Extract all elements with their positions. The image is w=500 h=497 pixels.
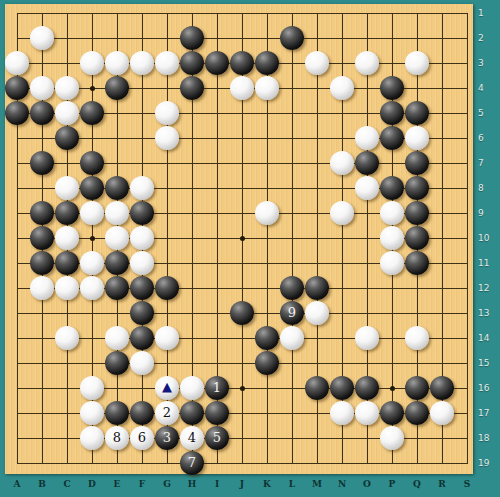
stone-b-B7[interactable] bbox=[30, 151, 54, 175]
stone-b-H4[interactable] bbox=[180, 76, 204, 100]
row-label-7: 7 bbox=[478, 157, 498, 169]
row-label-15: 15 bbox=[478, 357, 498, 369]
column-label-S: S bbox=[455, 479, 479, 489]
stone-b-P8[interactable] bbox=[380, 176, 404, 200]
stone-b-A5[interactable] bbox=[5, 101, 29, 125]
stone-w-C10[interactable] bbox=[55, 226, 79, 250]
star-point bbox=[390, 386, 395, 391]
stone-b-F9[interactable] bbox=[130, 201, 154, 225]
stone-b-B9[interactable] bbox=[30, 201, 54, 225]
stone-w-E14[interactable] bbox=[105, 326, 129, 350]
stone-w-C8[interactable] bbox=[55, 176, 79, 200]
stone-w-C4[interactable] bbox=[55, 76, 79, 100]
stone-b-Q5[interactable] bbox=[405, 101, 429, 125]
stone-b-K14[interactable] bbox=[255, 326, 279, 350]
stone-w-K9[interactable] bbox=[255, 201, 279, 225]
stone-b-I16[interactable]: 1 bbox=[205, 376, 229, 400]
stone-w-N17[interactable] bbox=[330, 401, 354, 425]
row-label-4: 4 bbox=[478, 82, 498, 94]
stone-w-E18[interactable]: 8 bbox=[105, 426, 129, 450]
stone-w-K4[interactable] bbox=[255, 76, 279, 100]
stone-b-Q17[interactable] bbox=[405, 401, 429, 425]
stone-b-E4[interactable] bbox=[105, 76, 129, 100]
stone-w-M13[interactable] bbox=[305, 301, 329, 325]
stone-b-Q9[interactable] bbox=[405, 201, 429, 225]
stone-b-I3[interactable] bbox=[205, 51, 229, 75]
move-number-6: 6 bbox=[138, 426, 146, 450]
stone-b-M12[interactable] bbox=[305, 276, 329, 300]
move-number-7: 7 bbox=[188, 451, 196, 475]
stone-b-R16[interactable] bbox=[430, 376, 454, 400]
row-label-8: 8 bbox=[478, 182, 498, 194]
stone-b-D5[interactable] bbox=[80, 101, 104, 125]
column-label-E: E bbox=[105, 479, 129, 489]
stone-w-M3[interactable] bbox=[305, 51, 329, 75]
stone-w-F11[interactable] bbox=[130, 251, 154, 275]
star-point bbox=[90, 86, 95, 91]
column-label-F: F bbox=[130, 479, 154, 489]
stone-b-P5[interactable] bbox=[380, 101, 404, 125]
stone-w-G14[interactable] bbox=[155, 326, 179, 350]
star-point bbox=[240, 386, 245, 391]
stone-b-D8[interactable] bbox=[80, 176, 104, 200]
star-point bbox=[240, 236, 245, 241]
stone-w-H16[interactable] bbox=[180, 376, 204, 400]
stone-b-L13[interactable]: 9 bbox=[280, 301, 304, 325]
move-number-2: 2 bbox=[163, 401, 171, 425]
stone-b-L2[interactable] bbox=[280, 26, 304, 50]
star-point bbox=[90, 236, 95, 241]
stone-b-K15[interactable] bbox=[255, 351, 279, 375]
column-label-A: A bbox=[5, 479, 29, 489]
stone-w-Q6[interactable] bbox=[405, 126, 429, 150]
stone-b-P6[interactable] bbox=[380, 126, 404, 150]
stone-b-E17[interactable] bbox=[105, 401, 129, 425]
stone-b-I17[interactable] bbox=[205, 401, 229, 425]
stone-w-P18[interactable] bbox=[380, 426, 404, 450]
stone-b-P4[interactable] bbox=[380, 76, 404, 100]
stone-w-O3[interactable] bbox=[355, 51, 379, 75]
stone-b-C11[interactable] bbox=[55, 251, 79, 275]
row-label-10: 10 bbox=[478, 232, 498, 244]
column-label-D: D bbox=[80, 479, 104, 489]
stone-w-E3[interactable] bbox=[105, 51, 129, 75]
row-label-6: 6 bbox=[478, 132, 498, 144]
stone-b-F12[interactable] bbox=[130, 276, 154, 300]
column-label-M: M bbox=[305, 479, 329, 489]
stone-w-B2[interactable] bbox=[30, 26, 54, 50]
stone-b-O16[interactable] bbox=[355, 376, 379, 400]
stone-b-H19[interactable]: 7 bbox=[180, 451, 204, 475]
stone-w-R17[interactable] bbox=[430, 401, 454, 425]
stone-w-O8[interactable] bbox=[355, 176, 379, 200]
column-label-C: C bbox=[55, 479, 79, 489]
stone-b-F17[interactable] bbox=[130, 401, 154, 425]
stone-b-C9[interactable] bbox=[55, 201, 79, 225]
stone-b-G18[interactable]: 3 bbox=[155, 426, 179, 450]
column-label-O: O bbox=[355, 479, 379, 489]
stone-w-B12[interactable] bbox=[30, 276, 54, 300]
stone-b-Q16[interactable] bbox=[405, 376, 429, 400]
column-label-H: H bbox=[180, 479, 204, 489]
stone-b-J3[interactable] bbox=[230, 51, 254, 75]
stone-w-P9[interactable] bbox=[380, 201, 404, 225]
stone-b-A4[interactable] bbox=[5, 76, 29, 100]
row-label-1: 1 bbox=[478, 7, 498, 19]
stone-b-H3[interactable] bbox=[180, 51, 204, 75]
stone-w-H18[interactable]: 4 bbox=[180, 426, 204, 450]
stone-w-J4[interactable] bbox=[230, 76, 254, 100]
stone-w-A3[interactable] bbox=[5, 51, 29, 75]
stone-b-B5[interactable] bbox=[30, 101, 54, 125]
move-number-1: 1 bbox=[213, 376, 221, 400]
stone-w-N4[interactable] bbox=[330, 76, 354, 100]
stone-w-N9[interactable] bbox=[330, 201, 354, 225]
column-label-B: B bbox=[30, 479, 54, 489]
stone-w-D16[interactable] bbox=[80, 376, 104, 400]
row-label-3: 3 bbox=[478, 57, 498, 69]
stone-w-D3[interactable] bbox=[80, 51, 104, 75]
stone-w-G16[interactable]: ▲ bbox=[155, 376, 179, 400]
stone-w-Q14[interactable] bbox=[405, 326, 429, 350]
stone-b-B11[interactable] bbox=[30, 251, 54, 275]
stone-w-D18[interactable] bbox=[80, 426, 104, 450]
stone-w-G5[interactable] bbox=[155, 101, 179, 125]
stone-w-D12[interactable] bbox=[80, 276, 104, 300]
triangle-marker-icon: ▲ bbox=[162, 375, 172, 399]
row-label-5: 5 bbox=[478, 107, 498, 119]
stone-w-O17[interactable] bbox=[355, 401, 379, 425]
stone-w-C5[interactable] bbox=[55, 101, 79, 125]
row-label-16: 16 bbox=[478, 382, 498, 394]
stone-w-G3[interactable] bbox=[155, 51, 179, 75]
stone-b-Q7[interactable] bbox=[405, 151, 429, 175]
go-board[interactable]: 9▲12863457 bbox=[5, 4, 473, 474]
row-label-17: 17 bbox=[478, 407, 498, 419]
stone-w-E10[interactable] bbox=[105, 226, 129, 250]
column-label-I: I bbox=[205, 479, 229, 489]
row-label-19: 19 bbox=[478, 457, 498, 469]
stone-w-C14[interactable] bbox=[55, 326, 79, 350]
row-label-11: 11 bbox=[478, 257, 498, 269]
stone-b-H17[interactable] bbox=[180, 401, 204, 425]
stone-w-F3[interactable] bbox=[130, 51, 154, 75]
stone-b-F14[interactable] bbox=[130, 326, 154, 350]
stone-b-L12[interactable] bbox=[280, 276, 304, 300]
move-number-9: 9 bbox=[288, 301, 296, 325]
column-label-N: N bbox=[330, 479, 354, 489]
stone-b-G12[interactable] bbox=[155, 276, 179, 300]
stone-w-B4[interactable] bbox=[30, 76, 54, 100]
stone-b-I18[interactable]: 5 bbox=[205, 426, 229, 450]
stone-b-Q10[interactable] bbox=[405, 226, 429, 250]
stone-b-O7[interactable] bbox=[355, 151, 379, 175]
stone-w-D11[interactable] bbox=[80, 251, 104, 275]
column-label-K: K bbox=[255, 479, 279, 489]
column-label-Q: Q bbox=[405, 479, 429, 489]
row-label-14: 14 bbox=[478, 332, 498, 344]
stone-w-E9[interactable] bbox=[105, 201, 129, 225]
stone-b-F13[interactable] bbox=[130, 301, 154, 325]
stone-b-H2[interactable] bbox=[180, 26, 204, 50]
column-label-L: L bbox=[280, 479, 304, 489]
column-label-J: J bbox=[230, 479, 254, 489]
row-label-2: 2 bbox=[478, 32, 498, 44]
stone-b-Q11[interactable] bbox=[405, 251, 429, 275]
stone-b-P17[interactable] bbox=[380, 401, 404, 425]
stone-w-P10[interactable] bbox=[380, 226, 404, 250]
stone-w-G6[interactable] bbox=[155, 126, 179, 150]
stone-w-G17[interactable]: 2 bbox=[155, 401, 179, 425]
stone-w-L14[interactable] bbox=[280, 326, 304, 350]
stone-w-N7[interactable] bbox=[330, 151, 354, 175]
row-label-18: 18 bbox=[478, 432, 498, 444]
column-label-R: R bbox=[430, 479, 454, 489]
column-label-P: P bbox=[380, 479, 404, 489]
stone-w-Q3[interactable] bbox=[405, 51, 429, 75]
stone-b-E12[interactable] bbox=[105, 276, 129, 300]
column-label-G: G bbox=[155, 479, 179, 489]
stone-w-O14[interactable] bbox=[355, 326, 379, 350]
move-number-4: 4 bbox=[188, 426, 196, 450]
row-label-12: 12 bbox=[478, 282, 498, 294]
move-number-8: 8 bbox=[113, 426, 121, 450]
stone-b-E8[interactable] bbox=[105, 176, 129, 200]
stone-w-D9[interactable] bbox=[80, 201, 104, 225]
stone-b-D7[interactable] bbox=[80, 151, 104, 175]
stone-w-D17[interactable] bbox=[80, 401, 104, 425]
stone-b-C6[interactable] bbox=[55, 126, 79, 150]
stone-b-N16[interactable] bbox=[330, 376, 354, 400]
go-diagram-screen: 9▲12863457 ABCDEFGHIJKLMNOPQRS 123456789… bbox=[0, 0, 500, 497]
stone-b-E15[interactable] bbox=[105, 351, 129, 375]
stone-b-Q8[interactable] bbox=[405, 176, 429, 200]
stone-w-F8[interactable] bbox=[130, 176, 154, 200]
stone-b-K3[interactable] bbox=[255, 51, 279, 75]
stone-w-F10[interactable] bbox=[130, 226, 154, 250]
row-label-9: 9 bbox=[478, 207, 498, 219]
move-number-5: 5 bbox=[213, 426, 221, 450]
stone-w-P11[interactable] bbox=[380, 251, 404, 275]
stone-b-J13[interactable] bbox=[230, 301, 254, 325]
stone-w-F15[interactable] bbox=[130, 351, 154, 375]
stone-b-E11[interactable] bbox=[105, 251, 129, 275]
stone-w-O6[interactable] bbox=[355, 126, 379, 150]
stone-b-B10[interactable] bbox=[30, 226, 54, 250]
move-number-3: 3 bbox=[163, 426, 171, 450]
row-label-13: 13 bbox=[478, 307, 498, 319]
stone-w-F18[interactable]: 6 bbox=[130, 426, 154, 450]
stone-b-M16[interactable] bbox=[305, 376, 329, 400]
stone-w-C12[interactable] bbox=[55, 276, 79, 300]
